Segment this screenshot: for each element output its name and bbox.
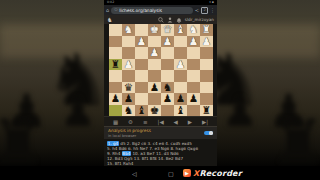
search-icon[interactable] — [158, 17, 164, 23]
lichess-header: ♞ sldr_mirzoyan — [104, 15, 217, 24]
browser-address-bar: ⌂ ⓘ lichess.org/analysis ≺ 2 ⋮ — [104, 5, 217, 15]
black-piece[interactable]: ♞ — [163, 82, 172, 93]
square[interactable]: ♟ — [174, 59, 187, 71]
tab-counter[interactable]: 2 — [201, 7, 208, 14]
white-piece[interactable]: ♞ — [124, 24, 133, 35]
square[interactable] — [174, 82, 187, 94]
home-icon[interactable]: ⌂ — [106, 7, 109, 13]
black-piece[interactable]: ♞ — [124, 105, 133, 116]
background-piece-silhouette: ♜ — [270, 112, 320, 174]
square[interactable]: ♟ — [187, 36, 200, 48]
square[interactable]: ♝ — [174, 105, 187, 117]
square[interactable]: ♞ — [187, 24, 200, 36]
square[interactable] — [148, 36, 161, 48]
next-move-icon[interactable]: ▶ — [188, 117, 192, 127]
square[interactable] — [187, 82, 200, 94]
white-piece[interactable]: ♟ — [150, 47, 159, 58]
bottom-bar: ◁ ▢ ▶ XRecorder — [0, 166, 320, 180]
page-info-icon[interactable]: ⓘ — [114, 7, 118, 14]
white-piece[interactable]: ♟ — [124, 59, 133, 70]
square[interactable]: ♟ — [161, 36, 174, 48]
background-piece-silhouette: ♜ — [0, 112, 46, 174]
square[interactable] — [187, 105, 200, 117]
square[interactable] — [122, 70, 135, 82]
username[interactable]: sldr_mirzoyan — [185, 17, 214, 22]
background-piece-silhouette: ♟ — [60, 92, 96, 132]
black-piece[interactable]: ♟ — [124, 93, 133, 104]
square[interactable] — [135, 59, 148, 71]
square[interactable]: ♛ — [161, 24, 174, 36]
square[interactable]: ♜ — [200, 105, 213, 117]
square[interactable]: ♟ — [187, 93, 200, 105]
android-back-icon[interactable]: ◁ — [132, 170, 137, 177]
square[interactable] — [148, 93, 161, 105]
engine-panel: Analysis in progress in local browser — [104, 126, 217, 139]
square[interactable] — [122, 47, 135, 59]
square[interactable] — [109, 82, 122, 94]
url-text: lichess.org/analysis — [119, 7, 162, 14]
black-piece[interactable]: ♚ — [150, 105, 159, 116]
xrecorder-label: XRecorder — [193, 169, 242, 178]
square[interactable] — [161, 105, 174, 117]
white-piece[interactable]: ♟ — [163, 36, 172, 47]
black-piece[interactable]: ♟ — [163, 93, 172, 104]
prev-move-icon[interactable]: ◀ — [174, 117, 178, 127]
square[interactable]: ♟ — [122, 59, 135, 71]
square[interactable]: ♚ — [148, 105, 161, 117]
lichess-logo[interactable]: ♞ — [107, 15, 112, 24]
first-move-icon[interactable]: |◀ — [158, 117, 164, 127]
black-piece[interactable]: ♟ — [111, 93, 120, 104]
engine-toggle[interactable] — [204, 131, 213, 136]
square[interactable]: ♝ — [135, 105, 148, 117]
white-piece[interactable]: ♟ — [176, 59, 185, 70]
square[interactable]: ♟ — [200, 36, 213, 48]
square[interactable] — [200, 59, 213, 71]
move-line[interactable]: 15. Bf1 Rxh4 — [107, 161, 214, 166]
square[interactable]: ♜ — [109, 59, 122, 71]
square[interactable] — [135, 47, 148, 59]
square[interactable] — [161, 59, 174, 71]
background-piece-silhouette: ♟ — [222, 92, 258, 132]
square[interactable] — [135, 82, 148, 94]
square[interactable]: ♟ — [135, 36, 148, 48]
black-piece[interactable]: ♝ — [176, 105, 185, 116]
square[interactable]: ♟ — [174, 93, 187, 105]
android-recents-icon[interactable]: ▢ — [168, 170, 174, 177]
square[interactable] — [187, 59, 200, 71]
white-piece[interactable]: ♝ — [176, 24, 185, 35]
board-editor-icon[interactable]: ▦ — [113, 117, 118, 127]
square[interactable] — [135, 70, 148, 82]
square[interactable]: ♞ — [161, 82, 174, 94]
square[interactable] — [109, 36, 122, 48]
square[interactable] — [200, 70, 213, 82]
black-piece[interactable]: ♜ — [202, 105, 211, 116]
square[interactable]: ♞ — [122, 105, 135, 117]
phone-screen: 0:02 ▾ ▪ ⌂ ⓘ lichess.org/analysis ≺ 2 ⋮ … — [104, 0, 217, 180]
xrecorder-watermark: ▶ XRecorder — [183, 169, 242, 178]
square[interactable]: ♛ — [122, 82, 135, 94]
white-piece[interactable]: ♟ — [189, 36, 198, 47]
square[interactable] — [135, 24, 148, 36]
black-piece[interactable]: ♟ — [176, 93, 185, 104]
square[interactable] — [187, 47, 200, 59]
challenge-user-icon[interactable] — [167, 17, 173, 23]
black-piece[interactable]: ♟ — [150, 82, 159, 93]
notification-bell-icon[interactable] — [176, 17, 182, 23]
square[interactable] — [200, 93, 213, 105]
square[interactable]: ♝ — [174, 24, 187, 36]
square[interactable] — [122, 36, 135, 48]
square[interactable] — [109, 47, 122, 59]
white-piece[interactable]: ♛ — [163, 24, 172, 35]
square[interactable] — [161, 47, 174, 59]
square[interactable] — [135, 93, 148, 105]
square[interactable] — [148, 59, 161, 71]
white-piece[interactable]: ♜ — [202, 24, 211, 35]
white-piece[interactable]: ♞ — [189, 24, 198, 35]
square[interactable] — [200, 82, 213, 94]
square[interactable] — [174, 70, 187, 82]
last-move-icon[interactable]: ▶| — [202, 117, 208, 127]
white-piece[interactable]: ♚ — [150, 24, 159, 35]
url-field[interactable]: ⓘ lichess.org/analysis — [111, 7, 193, 14]
square[interactable] — [109, 105, 122, 117]
square[interactable]: ♜ — [200, 24, 213, 36]
black-piece[interactable]: ♜ — [111, 59, 120, 70]
square[interactable]: ♟ — [109, 93, 122, 105]
settings-gear-icon[interactable]: ⚙ — [128, 117, 133, 127]
white-piece[interactable]: ♟ — [202, 36, 211, 47]
engine-location-text: in local browser — [108, 134, 204, 139]
square[interactable] — [200, 47, 213, 59]
square[interactable] — [174, 47, 187, 59]
square[interactable]: ♚ — [148, 24, 161, 36]
square[interactable] — [148, 70, 161, 82]
square[interactable]: ♟ — [148, 82, 161, 94]
browser-menu-icon[interactable]: ⋮ — [210, 5, 215, 15]
square[interactable] — [109, 70, 122, 82]
menu-icon[interactable]: ≡ — [143, 117, 148, 127]
black-piece[interactable]: ♟ — [189, 93, 198, 104]
square[interactable]: ♟ — [161, 93, 174, 105]
screen-recording-frame: ♞♞♟♟♟♟♜♜ 0:02 ▾ ▪ ⌂ ⓘ lichess.org/analys… — [0, 0, 320, 180]
square[interactable] — [161, 70, 174, 82]
xrecorder-icon: ▶ — [183, 169, 191, 177]
move-list[interactable]: 1. g4 d5 2. Bg2 c6 3. c4 e6 4. cxd5 exd5… — [104, 139, 217, 166]
white-piece[interactable]: ♟ — [137, 36, 146, 47]
square[interactable] — [174, 36, 187, 48]
chess-board[interactable]: ♞♚♛♝♞♜♟♟♟♟♟♜♟♟♛♟♞♟♟♟♟♟♞♝♚♝♜ — [109, 24, 213, 116]
analysis-toolbar: ▦⚙≡|◀◀▶▶| — [104, 116, 217, 126]
square[interactable]: ♞ — [122, 24, 135, 36]
square[interactable] — [109, 24, 122, 36]
square[interactable]: ♟ — [122, 93, 135, 105]
black-piece[interactable]: ♛ — [124, 82, 133, 93]
share-icon[interactable]: ≺ — [195, 5, 199, 15]
square[interactable]: ♟ — [148, 47, 161, 59]
black-piece[interactable]: ♝ — [137, 105, 146, 116]
square[interactable] — [187, 70, 200, 82]
